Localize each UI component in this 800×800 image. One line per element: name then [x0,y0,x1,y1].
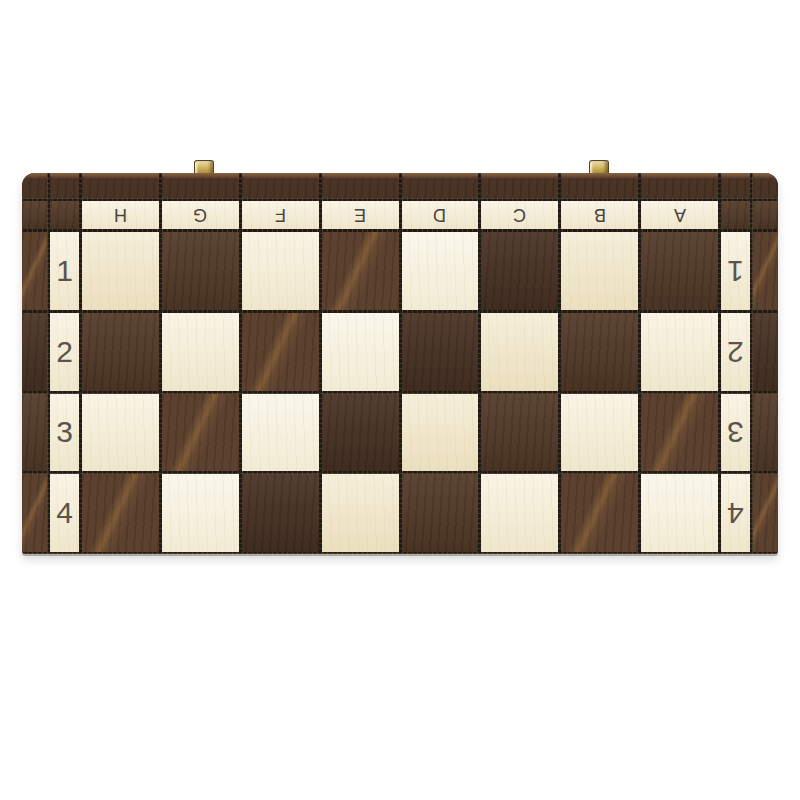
frame-top-segment [481,173,558,198]
file-label-f: F [242,201,319,229]
frame-top-segment [50,173,79,198]
frame-right-segment [753,201,778,229]
square-f3 [242,394,319,472]
square-e4 [322,474,399,552]
rank-label-left-2: 2 [50,313,79,391]
file-label-h: H [82,201,159,229]
square-e2 [322,313,399,391]
square-f1 [242,232,319,310]
square-h4 [82,474,159,552]
frame-top-segment [82,173,159,198]
frame-corner-cell [50,201,79,229]
frame-right-segment [753,313,778,391]
square-g1 [162,232,239,310]
frame-right-segment [753,232,778,310]
square-g2 [162,313,239,391]
frame-left-segment [22,474,47,552]
square-b1 [561,232,638,310]
square-h3 [82,394,159,472]
square-c3 [481,394,558,472]
square-c2 [481,313,558,391]
square-d4 [402,474,479,552]
square-a1 [641,232,718,310]
chess-case: HGFEDCBA11223344 [22,173,778,554]
frame-top-segment [641,173,718,198]
frame-top-segment [753,173,778,198]
frame-top-segment [322,173,399,198]
square-a3 [641,394,718,472]
file-label-e: E [322,201,399,229]
rank-label-left-3: 3 [50,394,79,472]
frame-left-segment [22,394,47,472]
square-d3 [402,394,479,472]
frame-left-segment [22,232,47,310]
square-d1 [402,232,479,310]
file-label-a: A [641,201,718,229]
frame-top-segment [402,173,479,198]
frame-left-segment [22,201,47,229]
square-e3 [322,394,399,472]
square-h2 [82,313,159,391]
file-label-b: B [561,201,638,229]
product-photo: HGFEDCBA11223344 [0,0,800,800]
square-g4 [162,474,239,552]
frame-top-segment [561,173,638,198]
rank-label-right-1: 1 [721,232,750,310]
frame-top-segment [22,173,47,198]
square-c1 [481,232,558,310]
square-a4 [641,474,718,552]
frame-top-segment [721,173,750,198]
square-c4 [481,474,558,552]
square-d2 [402,313,479,391]
frame-corner-cell [721,201,750,229]
file-label-c: C [481,201,558,229]
rank-label-right-2: 2 [721,313,750,391]
rank-label-left-1: 1 [50,232,79,310]
rank-label-right-4: 4 [721,474,750,552]
square-f4 [242,474,319,552]
square-b3 [561,394,638,472]
frame-top-segment [242,173,319,198]
file-label-d: D [402,201,479,229]
chess-board-grid: HGFEDCBA11223344 [22,173,778,552]
square-a2 [641,313,718,391]
square-f2 [242,313,319,391]
square-b2 [561,313,638,391]
frame-top-segment [162,173,239,198]
frame-left-segment [22,313,47,391]
rank-label-right-3: 3 [721,394,750,472]
square-e1 [322,232,399,310]
rank-label-left-4: 4 [50,474,79,552]
frame-right-segment [753,474,778,552]
square-b4 [561,474,638,552]
file-label-g: G [162,201,239,229]
square-g3 [162,394,239,472]
frame-right-segment [753,394,778,472]
square-h1 [82,232,159,310]
